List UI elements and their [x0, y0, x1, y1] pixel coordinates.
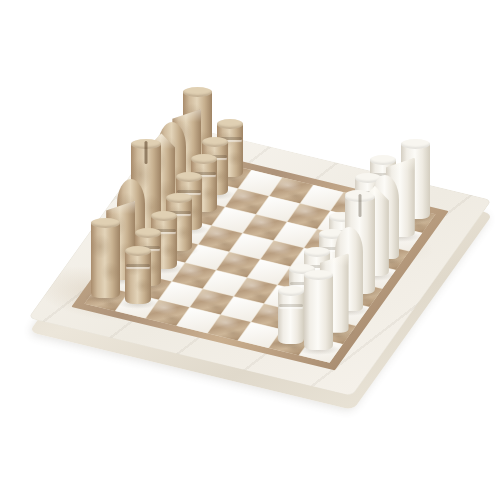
chess-board: [28, 122, 492, 396]
chess-set-photo: [0, 0, 500, 500]
board-grid: [84, 155, 435, 362]
